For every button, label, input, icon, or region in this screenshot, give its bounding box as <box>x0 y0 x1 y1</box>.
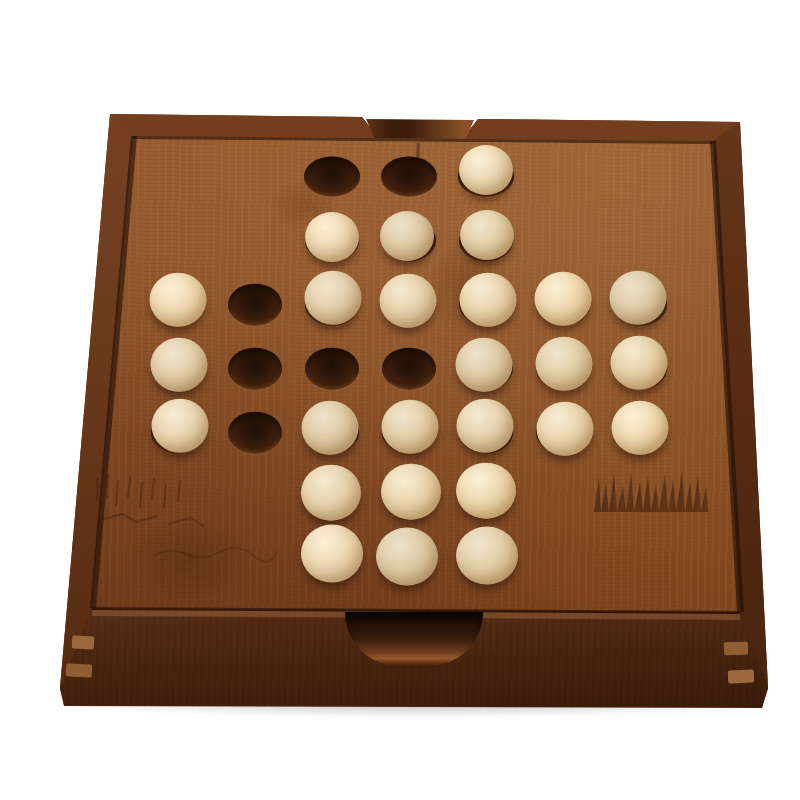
peg-ball-r5c6[interactable] <box>536 402 593 456</box>
peg-ball-r3c1[interactable] <box>149 273 206 327</box>
finger-joint <box>724 642 748 656</box>
cell-r6c3 <box>293 463 370 527</box>
cell-r5c7 <box>601 399 678 463</box>
cell-r5c3 <box>293 399 370 463</box>
hole-r4c3[interactable] <box>305 348 359 390</box>
peg-ball-r3c3[interactable] <box>304 271 361 325</box>
peg-ball-r4c6[interactable] <box>535 337 592 391</box>
hole-r4c2[interactable] <box>228 348 282 390</box>
cell-r4c5 <box>447 335 524 399</box>
cell-r7c2 <box>216 527 293 591</box>
cell-r1c7 <box>601 143 678 207</box>
cell-r3c2 <box>216 271 293 335</box>
cell-r2c2 <box>216 207 293 271</box>
peg-ball-r4c1[interactable] <box>150 338 207 392</box>
cell-r5c4 <box>370 399 447 463</box>
cell-r7c6 <box>524 527 601 591</box>
peg-ball-r3c4[interactable] <box>379 274 436 328</box>
hole-r4c4[interactable] <box>382 348 436 390</box>
cell-r3c4 <box>370 271 447 335</box>
cell-r3c1 <box>139 271 216 335</box>
cell-r3c6 <box>524 271 601 335</box>
cell-r5c6 <box>524 399 601 463</box>
hole-r1c4[interactable] <box>381 157 437 197</box>
cell-r1c3 <box>293 143 370 207</box>
finger-joint <box>72 635 95 649</box>
cell-r1c2 <box>216 143 293 207</box>
cell-r2c5 <box>447 207 524 271</box>
peg-ball-r7c5[interactable] <box>456 527 518 585</box>
peg-ball-r4c7[interactable] <box>610 336 667 390</box>
peg-ball-r2c5[interactable] <box>460 210 514 260</box>
cell-r6c4 <box>370 463 447 527</box>
peg-ball-r2c4[interactable] <box>380 211 434 261</box>
peg-ball-r5c3[interactable] <box>301 401 358 455</box>
cell-r4c1 <box>139 335 216 399</box>
peg-ball-r7c3[interactable] <box>301 525 363 583</box>
peg-ball-r7c4[interactable] <box>376 528 438 586</box>
cell-r6c7 <box>601 463 678 527</box>
cell-r4c3 <box>293 335 370 399</box>
cell-r4c2 <box>216 335 293 399</box>
cell-r7c5 <box>447 527 524 591</box>
cell-r7c4 <box>370 527 447 591</box>
cell-r1c1 <box>139 143 216 207</box>
cell-r3c3 <box>293 271 370 335</box>
cell-r5c5 <box>447 399 524 463</box>
cell-r4c6 <box>524 335 601 399</box>
peg-ball-r5c1[interactable] <box>151 399 208 453</box>
cell-r2c3 <box>293 207 370 271</box>
hole-r3c2[interactable] <box>228 284 282 326</box>
peg-ball-r5c4[interactable] <box>381 400 438 454</box>
peg-ball-r3c5[interactable] <box>459 273 516 327</box>
cell-r5c1 <box>139 399 216 463</box>
cell-r1c6 <box>524 143 601 207</box>
cell-r2c1 <box>139 207 216 271</box>
cell-r6c5 <box>447 463 524 527</box>
peg-ball-r6c5[interactable] <box>456 463 516 519</box>
finger-joint <box>728 670 754 684</box>
finger-joint <box>66 663 93 677</box>
hole-r5c2[interactable] <box>228 412 282 454</box>
cell-r6c2 <box>216 463 293 527</box>
peg-ball-r6c4[interactable] <box>381 464 441 520</box>
cell-r4c4 <box>370 335 447 399</box>
cell-r2c6 <box>524 207 601 271</box>
cell-r7c1 <box>139 527 216 591</box>
cell-r7c3 <box>293 527 370 591</box>
cell-r4c7 <box>601 335 678 399</box>
cell-r2c7 <box>601 207 678 271</box>
peg-ball-r4c5[interactable] <box>455 338 512 392</box>
cell-r7c7 <box>601 527 678 591</box>
cell-r3c7 <box>601 271 678 335</box>
peg-board-grid <box>139 143 678 591</box>
peg-ball-r5c7[interactable] <box>611 401 668 455</box>
cell-r2c4 <box>370 207 447 271</box>
cell-r5c2 <box>216 399 293 463</box>
peg-ball-r3c7[interactable] <box>609 271 666 325</box>
hole-r1c3[interactable] <box>304 157 360 197</box>
peg-ball-r5c5[interactable] <box>456 399 513 453</box>
cell-r3c5 <box>447 271 524 335</box>
peg-ball-r2c3[interactable] <box>305 212 359 262</box>
peg-ball-r1c5[interactable] <box>459 145 513 195</box>
product-photo-scene <box>0 0 800 800</box>
peg-ball-r6c3[interactable] <box>301 465 361 521</box>
cell-r1c4 <box>370 143 447 207</box>
peg-ball-r3c6[interactable] <box>534 272 591 326</box>
cell-r6c6 <box>524 463 601 527</box>
cell-r6c1 <box>139 463 216 527</box>
cell-r1c5 <box>447 143 524 207</box>
